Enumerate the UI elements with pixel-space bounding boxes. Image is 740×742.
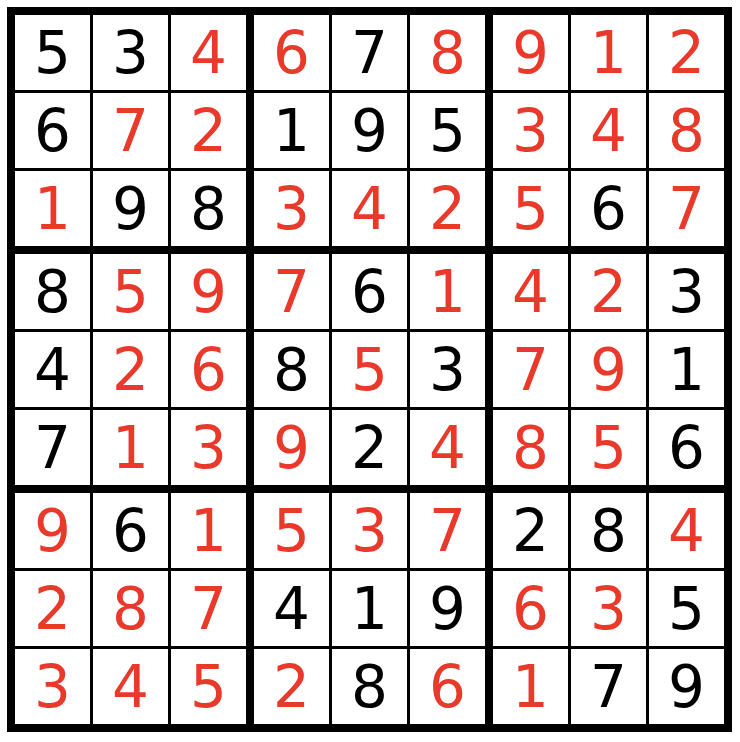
cell-r3c2[interactable]: 9 — [93, 171, 168, 246]
cell-r8c1[interactable]: 2 — [15, 571, 90, 646]
cell-r4c1[interactable]: 8 — [15, 254, 90, 329]
cell-r5c6[interactable]: 3 — [410, 332, 485, 407]
cell-r6c5[interactable]: 2 — [332, 410, 407, 485]
cell-r3c4[interactable]: 3 — [254, 171, 329, 246]
cell-r9c4[interactable]: 2 — [254, 649, 329, 724]
cell-r9c2[interactable]: 4 — [93, 649, 168, 724]
cell-r6c1[interactable]: 7 — [15, 410, 90, 485]
cell-r6c4[interactable]: 9 — [254, 410, 329, 485]
cell-r7c5[interactable]: 3 — [332, 493, 407, 568]
sudoku-page: 5346789126721953481983425678597614234268… — [0, 0, 740, 742]
cell-r8c4[interactable]: 4 — [254, 571, 329, 646]
cell-r7c7[interactable]: 2 — [493, 493, 568, 568]
cell-r3c9[interactable]: 7 — [649, 171, 724, 246]
cell-r2c5[interactable]: 9 — [332, 93, 407, 168]
cell-r8c3[interactable]: 7 — [171, 571, 246, 646]
cell-r6c6[interactable]: 4 — [410, 410, 485, 485]
cell-r6c2[interactable]: 1 — [93, 410, 168, 485]
cell-r5c9[interactable]: 1 — [649, 332, 724, 407]
cell-r7c4[interactable]: 5 — [254, 493, 329, 568]
cell-r2c3[interactable]: 2 — [171, 93, 246, 168]
cell-r1c3[interactable]: 4 — [171, 15, 246, 90]
cell-r7c9[interactable]: 4 — [649, 493, 724, 568]
cell-r8c9[interactable]: 5 — [649, 571, 724, 646]
cell-r8c6[interactable]: 9 — [410, 571, 485, 646]
cell-r5c7[interactable]: 7 — [493, 332, 568, 407]
cell-r9c3[interactable]: 5 — [171, 649, 246, 724]
cell-r8c2[interactable]: 8 — [93, 571, 168, 646]
cell-r2c7[interactable]: 3 — [493, 93, 568, 168]
cell-r2c1[interactable]: 6 — [15, 93, 90, 168]
cell-r5c5[interactable]: 5 — [332, 332, 407, 407]
cell-r4c6[interactable]: 1 — [410, 254, 485, 329]
cell-r3c5[interactable]: 4 — [332, 171, 407, 246]
cell-r9c1[interactable]: 3 — [15, 649, 90, 724]
cell-r2c4[interactable]: 1 — [254, 93, 329, 168]
cell-r6c3[interactable]: 3 — [171, 410, 246, 485]
cell-r4c2[interactable]: 5 — [93, 254, 168, 329]
cell-r9c5[interactable]: 8 — [332, 649, 407, 724]
cell-r8c7[interactable]: 6 — [493, 571, 568, 646]
sudoku-board: 5346789126721953481983425678597614234268… — [7, 7, 732, 732]
cell-r7c3[interactable]: 1 — [171, 493, 246, 568]
cell-r4c9[interactable]: 3 — [649, 254, 724, 329]
cell-r1c2[interactable]: 3 — [93, 15, 168, 90]
cell-r7c8[interactable]: 8 — [571, 493, 646, 568]
cell-r9c7[interactable]: 1 — [493, 649, 568, 724]
cell-r7c6[interactable]: 7 — [410, 493, 485, 568]
cell-r5c4[interactable]: 8 — [254, 332, 329, 407]
cell-r4c8[interactable]: 2 — [571, 254, 646, 329]
cell-r6c8[interactable]: 5 — [571, 410, 646, 485]
cell-r2c6[interactable]: 5 — [410, 93, 485, 168]
cell-r9c9[interactable]: 9 — [649, 649, 724, 724]
cell-r2c8[interactable]: 4 — [571, 93, 646, 168]
cell-r1c6[interactable]: 8 — [410, 15, 485, 90]
cell-r5c3[interactable]: 6 — [171, 332, 246, 407]
cell-r8c5[interactable]: 1 — [332, 571, 407, 646]
cell-r3c3[interactable]: 8 — [171, 171, 246, 246]
cell-r4c7[interactable]: 4 — [493, 254, 568, 329]
cell-r8c8[interactable]: 3 — [571, 571, 646, 646]
cell-r9c8[interactable]: 7 — [571, 649, 646, 724]
cell-r4c5[interactable]: 6 — [332, 254, 407, 329]
cell-r1c4[interactable]: 6 — [254, 15, 329, 90]
cell-r9c6[interactable]: 6 — [410, 649, 485, 724]
cell-r1c5[interactable]: 7 — [332, 15, 407, 90]
cell-r4c4[interactable]: 7 — [254, 254, 329, 329]
cell-r7c2[interactable]: 6 — [93, 493, 168, 568]
cell-r3c6[interactable]: 2 — [410, 171, 485, 246]
cell-r3c1[interactable]: 1 — [15, 171, 90, 246]
cell-r5c8[interactable]: 9 — [571, 332, 646, 407]
cell-r1c8[interactable]: 1 — [571, 15, 646, 90]
cell-r1c1[interactable]: 5 — [15, 15, 90, 90]
cell-r2c2[interactable]: 7 — [93, 93, 168, 168]
cell-r5c1[interactable]: 4 — [15, 332, 90, 407]
cell-r6c9[interactable]: 6 — [649, 410, 724, 485]
cell-r5c2[interactable]: 2 — [93, 332, 168, 407]
cell-r1c9[interactable]: 2 — [649, 15, 724, 90]
cell-r7c1[interactable]: 9 — [15, 493, 90, 568]
cell-r3c7[interactable]: 5 — [493, 171, 568, 246]
cell-r1c7[interactable]: 9 — [493, 15, 568, 90]
cell-r6c7[interactable]: 8 — [493, 410, 568, 485]
cell-r4c3[interactable]: 9 — [171, 254, 246, 329]
cell-r3c8[interactable]: 6 — [571, 171, 646, 246]
cell-r2c9[interactable]: 8 — [649, 93, 724, 168]
